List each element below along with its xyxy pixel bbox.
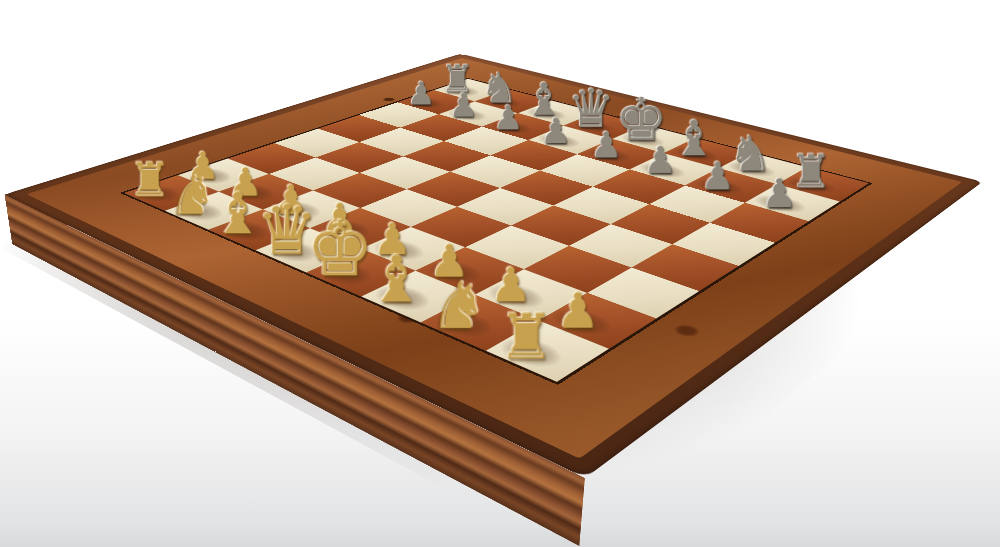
studio-backdrop: ♜♞♝♛♚♝♞♜♟♟♟♟♟♟♟♟♟♟♟♟♟♟♟♟♜♞♝♛♚♝♞♜ [0,0,1000,547]
piece-black-pawn[interactable]: ♟ [684,157,751,195]
piece-white-rook[interactable]: ♜ [482,305,571,367]
piece-black-pawn[interactable]: ♟ [745,173,814,213]
chess-case: ♜♞♝♛♚♝♞♜♟♟♟♟♟♟♟♟♟♟♟♟♟♟♟♟♜♞♝♛♚♝♞♜ [4,53,982,477]
product-photo: ♜♞♝♛♚♝♞♜♟♟♟♟♟♟♟♟♟♟♟♟♟♟♟♟♜♞♝♛♚♝♞♜ [0,0,1000,547]
piece-black-pawn[interactable]: ♟ [628,141,692,178]
